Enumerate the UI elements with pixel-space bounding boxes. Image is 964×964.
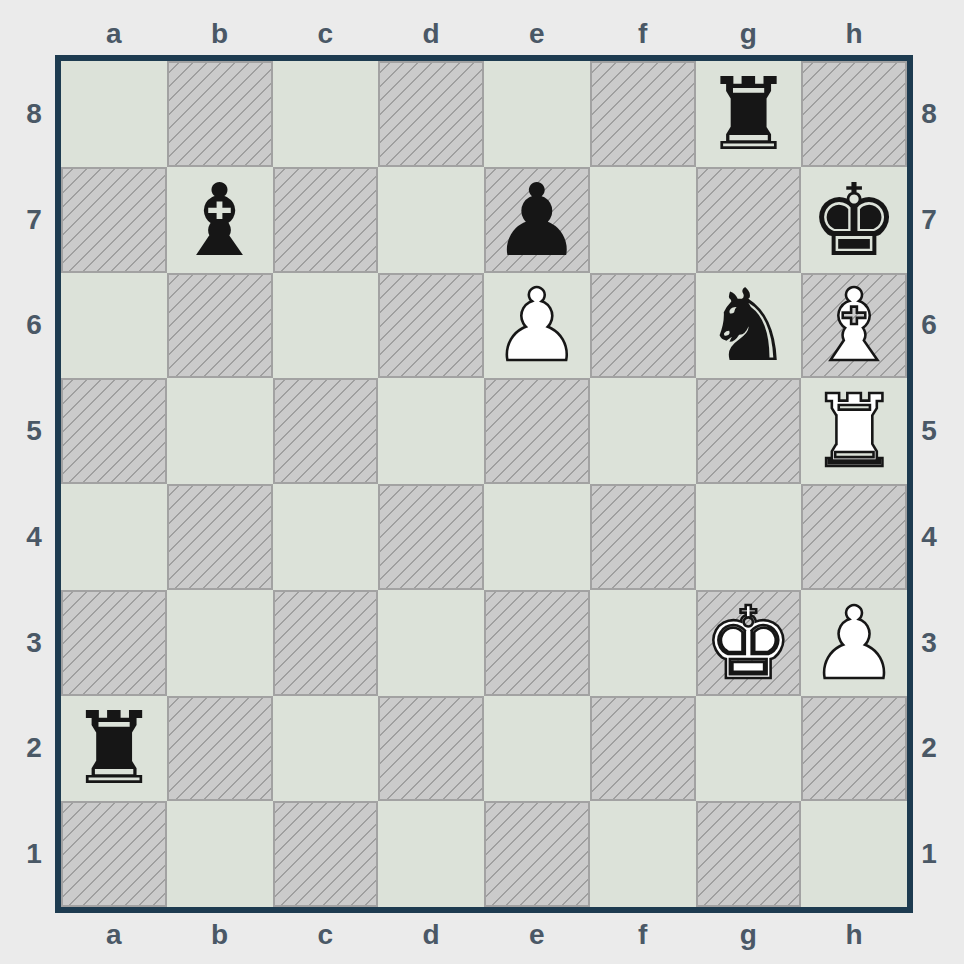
black-knight[interactable]: ♞ xyxy=(704,276,794,376)
file-label-f: f xyxy=(590,919,696,951)
square-h7[interactable]: ♚ xyxy=(801,167,907,273)
square-h1[interactable] xyxy=(801,801,907,907)
square-d8[interactable] xyxy=(378,61,484,167)
square-d1[interactable] xyxy=(378,801,484,907)
square-g1[interactable] xyxy=(696,801,802,907)
rank-labels-right: 87654321 xyxy=(909,61,949,907)
square-g5[interactable] xyxy=(696,378,802,484)
square-a7[interactable] xyxy=(61,167,167,273)
square-c4[interactable] xyxy=(273,484,379,590)
white-king[interactable]: ♚ xyxy=(704,594,794,694)
square-g7[interactable] xyxy=(696,167,802,273)
square-g3[interactable]: ♚ xyxy=(696,590,802,696)
square-g2[interactable] xyxy=(696,696,802,802)
chess-board: ♜♝♟♚♟♞♝♜♚♟♜ xyxy=(61,61,907,907)
square-b8[interactable] xyxy=(167,61,273,167)
square-e5[interactable] xyxy=(484,378,590,484)
square-e6[interactable]: ♟ xyxy=(484,273,590,379)
black-rook[interactable]: ♜ xyxy=(69,699,159,799)
file-label-h: h xyxy=(801,919,907,951)
square-h5[interactable]: ♜ xyxy=(801,378,907,484)
square-h2[interactable] xyxy=(801,696,907,802)
square-d2[interactable] xyxy=(378,696,484,802)
rank-label-8: 8 xyxy=(909,61,949,167)
rank-label-3: 3 xyxy=(14,590,54,696)
square-d6[interactable] xyxy=(378,273,484,379)
square-f2[interactable] xyxy=(590,696,696,802)
file-label-h: h xyxy=(801,18,907,50)
rank-label-2: 2 xyxy=(14,696,54,802)
rank-label-4: 4 xyxy=(909,484,949,590)
square-e3[interactable] xyxy=(484,590,590,696)
file-label-c: c xyxy=(273,919,379,951)
black-king[interactable]: ♚ xyxy=(809,171,899,271)
square-a1[interactable] xyxy=(61,801,167,907)
rank-label-5: 5 xyxy=(14,378,54,484)
square-a8[interactable] xyxy=(61,61,167,167)
white-rook[interactable]: ♜ xyxy=(809,382,899,482)
square-c6[interactable] xyxy=(273,273,379,379)
square-a2[interactable]: ♜ xyxy=(61,696,167,802)
rank-label-8: 8 xyxy=(14,61,54,167)
square-h6[interactable]: ♝ xyxy=(801,273,907,379)
rank-label-2: 2 xyxy=(909,696,949,802)
rank-label-6: 6 xyxy=(909,273,949,379)
file-label-e: e xyxy=(484,18,590,50)
square-g4[interactable] xyxy=(696,484,802,590)
white-pawn[interactable]: ♟ xyxy=(492,276,582,376)
square-f6[interactable] xyxy=(590,273,696,379)
rank-label-7: 7 xyxy=(14,167,54,273)
square-b2[interactable] xyxy=(167,696,273,802)
square-b6[interactable] xyxy=(167,273,273,379)
file-labels-bottom: abcdefgh xyxy=(61,919,907,951)
square-c1[interactable] xyxy=(273,801,379,907)
square-f7[interactable] xyxy=(590,167,696,273)
square-f1[interactable] xyxy=(590,801,696,907)
file-label-b: b xyxy=(167,18,273,50)
square-h3[interactable]: ♟ xyxy=(801,590,907,696)
square-a5[interactable] xyxy=(61,378,167,484)
square-d4[interactable] xyxy=(378,484,484,590)
chess-board-frame: ♜♝♟♚♟♞♝♜♚♟♜ xyxy=(55,55,913,913)
white-bishop[interactable]: ♝ xyxy=(809,276,899,376)
file-labels-top: abcdefgh xyxy=(61,18,907,50)
square-c5[interactable] xyxy=(273,378,379,484)
file-label-f: f xyxy=(590,18,696,50)
square-b1[interactable] xyxy=(167,801,273,907)
square-d5[interactable] xyxy=(378,378,484,484)
file-label-e: e xyxy=(484,919,590,951)
file-label-d: d xyxy=(378,18,484,50)
file-label-a: a xyxy=(61,18,167,50)
file-label-g: g xyxy=(696,18,802,50)
square-d7[interactable] xyxy=(378,167,484,273)
square-b5[interactable] xyxy=(167,378,273,484)
square-b3[interactable] xyxy=(167,590,273,696)
white-pawn[interactable]: ♟ xyxy=(809,594,899,694)
square-h8[interactable] xyxy=(801,61,907,167)
square-e2[interactable] xyxy=(484,696,590,802)
square-a6[interactable] xyxy=(61,273,167,379)
file-label-c: c xyxy=(273,18,379,50)
square-e4[interactable] xyxy=(484,484,590,590)
rank-label-3: 3 xyxy=(909,590,949,696)
rank-label-6: 6 xyxy=(14,273,54,379)
square-e8[interactable] xyxy=(484,61,590,167)
rank-label-7: 7 xyxy=(909,167,949,273)
rank-label-1: 1 xyxy=(14,801,54,907)
square-h4[interactable] xyxy=(801,484,907,590)
black-rook[interactable]: ♜ xyxy=(704,65,794,165)
square-c2[interactable] xyxy=(273,696,379,802)
black-bishop[interactable]: ♝ xyxy=(175,171,265,271)
rank-label-1: 1 xyxy=(909,801,949,907)
square-g8[interactable]: ♜ xyxy=(696,61,802,167)
square-d3[interactable] xyxy=(378,590,484,696)
rank-label-4: 4 xyxy=(14,484,54,590)
file-label-b: b xyxy=(167,919,273,951)
square-e1[interactable] xyxy=(484,801,590,907)
square-e7[interactable]: ♟ xyxy=(484,167,590,273)
file-label-d: d xyxy=(378,919,484,951)
file-label-a: a xyxy=(61,919,167,951)
rank-labels-left: 87654321 xyxy=(14,61,54,907)
square-c8[interactable] xyxy=(273,61,379,167)
square-f4[interactable] xyxy=(590,484,696,590)
black-pawn[interactable]: ♟ xyxy=(492,171,582,271)
square-g6[interactable]: ♞ xyxy=(696,273,802,379)
square-a4[interactable] xyxy=(61,484,167,590)
rank-label-5: 5 xyxy=(909,378,949,484)
square-f8[interactable] xyxy=(590,61,696,167)
square-c3[interactable] xyxy=(273,590,379,696)
square-b4[interactable] xyxy=(167,484,273,590)
square-f5[interactable] xyxy=(590,378,696,484)
square-b7[interactable]: ♝ xyxy=(167,167,273,273)
square-f3[interactable] xyxy=(590,590,696,696)
square-c7[interactable] xyxy=(273,167,379,273)
square-a3[interactable] xyxy=(61,590,167,696)
file-label-g: g xyxy=(696,919,802,951)
